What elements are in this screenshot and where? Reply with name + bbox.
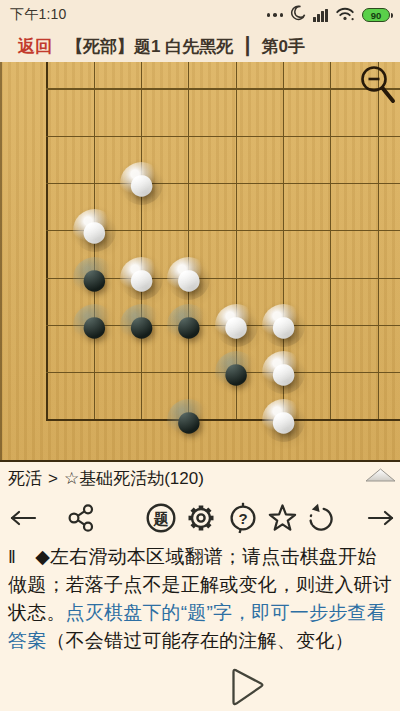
breadcrumb-root[interactable]: 死活 bbox=[8, 467, 42, 490]
problem-title: 【死部】题1 白先黑死 bbox=[66, 35, 233, 58]
white-stone: ● bbox=[261, 303, 306, 348]
app-screen: 下午1:10 90 返回 【死部】题1 白先黑死 ┃ 第0 bbox=[0, 0, 400, 711]
white-stone: ● bbox=[261, 398, 306, 443]
go-board[interactable]: ●●●●●●●●●●●●●● bbox=[0, 62, 400, 462]
toolbar: 题 ? bbox=[0, 495, 400, 541]
settings-gear-icon[interactable] bbox=[186, 503, 216, 533]
restart-icon[interactable] bbox=[306, 503, 336, 533]
title-separator: ┃ bbox=[242, 36, 252, 57]
help-icon[interactable]: ? bbox=[228, 502, 258, 534]
white-stone: ● bbox=[119, 256, 164, 301]
favorite-star-icon[interactable] bbox=[267, 503, 298, 533]
grid-line bbox=[46, 419, 400, 421]
back-button[interactable]: 返回 bbox=[18, 35, 52, 58]
breadcrumb-separator: > bbox=[48, 469, 58, 489]
collapse-handle[interactable] bbox=[365, 467, 397, 487]
grid-line bbox=[141, 62, 142, 421]
grid-line bbox=[46, 136, 400, 137]
signal-icon bbox=[313, 9, 328, 22]
problem-badge-label: 题 bbox=[153, 510, 169, 527]
black-stone: ● bbox=[214, 350, 259, 395]
back-arrow-icon[interactable] bbox=[8, 510, 38, 526]
title-bar: 返回 【死部】题1 白先黑死 ┃ 第0手 bbox=[0, 30, 400, 62]
grid-line bbox=[46, 62, 48, 421]
black-stone: ● bbox=[119, 303, 164, 348]
grid-line bbox=[46, 183, 400, 184]
dnd-moon-icon bbox=[290, 5, 306, 25]
black-stone: ● bbox=[72, 303, 117, 348]
white-stone: ● bbox=[166, 256, 211, 301]
move-counter: 第0手 bbox=[261, 35, 304, 58]
problem-badge-icon[interactable]: 题 bbox=[146, 502, 176, 534]
status-bar: 下午1:10 90 bbox=[0, 0, 400, 30]
breadcrumb-category[interactable]: ☆基础死活劫(120) bbox=[64, 467, 204, 490]
white-stone: ● bbox=[119, 161, 164, 206]
battery-percent: 90 bbox=[371, 10, 382, 21]
wifi-icon bbox=[335, 5, 355, 25]
white-stone: ● bbox=[72, 208, 117, 253]
notification-dots-icon bbox=[267, 13, 284, 17]
white-stone: ● bbox=[214, 303, 259, 348]
black-stone: ● bbox=[166, 398, 211, 443]
forward-arrow-icon[interactable] bbox=[366, 510, 396, 526]
clock: 下午1:10 bbox=[10, 6, 66, 24]
instruction-segment-3: （不会错过可能存在的注解、变化） bbox=[46, 630, 353, 651]
breadcrumb: 死活 > ☆基础死活劫(120) bbox=[0, 462, 400, 495]
battery-icon: 90 bbox=[362, 8, 390, 22]
black-stone: ● bbox=[72, 256, 117, 301]
grid-line bbox=[330, 62, 331, 421]
white-stone: ● bbox=[261, 350, 306, 395]
grid-line bbox=[46, 88, 400, 89]
grid-line bbox=[378, 62, 379, 421]
svg-text:?: ? bbox=[238, 510, 247, 527]
instructions-text[interactable]: ‖ ◆左右滑动本区域翻谱；请点击棋盘开始做题；若落子点不是正解或变化，则进入研讨… bbox=[0, 541, 400, 655]
zoom-out-icon[interactable] bbox=[359, 64, 397, 106]
grid-line bbox=[188, 62, 189, 421]
play-button[interactable] bbox=[228, 666, 266, 708]
share-icon[interactable] bbox=[66, 503, 96, 533]
